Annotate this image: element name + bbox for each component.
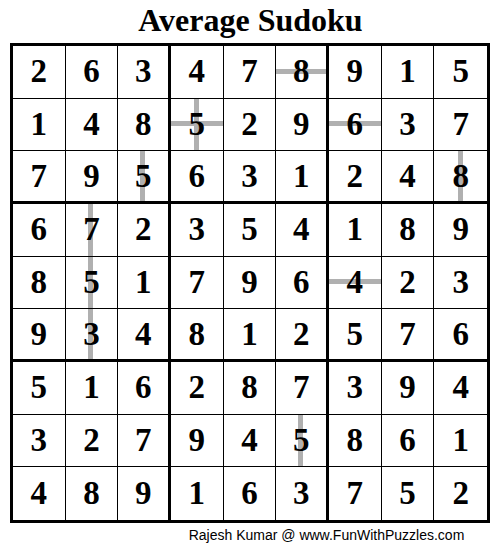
sudoku-cell-r5c4[interactable]: 7 bbox=[171, 257, 224, 310]
sudoku-cell-r7c4[interactable]: 2 bbox=[171, 362, 224, 415]
cell-digit: 8 bbox=[347, 424, 364, 457]
cell-digit: 3 bbox=[293, 477, 310, 510]
cell-digit: 8 bbox=[189, 318, 206, 351]
cell-digit: 6 bbox=[241, 477, 258, 510]
sudoku-cell-r2c1[interactable]: 1 bbox=[13, 99, 66, 152]
sudoku-cell-r4c8[interactable]: 8 bbox=[382, 204, 435, 257]
cell-digit: 4 bbox=[452, 371, 469, 404]
cell-digit: 9 bbox=[452, 213, 469, 246]
cell-digit: 4 bbox=[293, 213, 310, 246]
cell-digit: 4 bbox=[241, 424, 258, 457]
sudoku-cell-r5c8[interactable]: 2 bbox=[382, 257, 435, 310]
cell-digit: 1 bbox=[293, 160, 310, 193]
cell-digit: 4 bbox=[189, 55, 206, 88]
sudoku-cell-r1c5[interactable]: 7 bbox=[224, 46, 277, 99]
sudoku-cell-r9c1[interactable]: 4 bbox=[13, 467, 66, 520]
cell-digit: 5 bbox=[189, 108, 206, 141]
sudoku-cell-r8c1[interactable]: 3 bbox=[13, 415, 66, 468]
sudoku-cell-r7c1[interactable]: 5 bbox=[13, 362, 66, 415]
cell-digit: 1 bbox=[31, 108, 48, 141]
sudoku-cell-r9c3[interactable]: 9 bbox=[118, 467, 171, 520]
sudoku-cell-r8c7[interactable]: 8 bbox=[329, 415, 382, 468]
sudoku-cell-r8c4[interactable]: 9 bbox=[171, 415, 224, 468]
sudoku-cell-r4c7[interactable]: 1 bbox=[329, 204, 382, 257]
cell-digit: 9 bbox=[189, 424, 206, 457]
sudoku-cell-r1c4[interactable]: 4 bbox=[171, 46, 224, 99]
cell-digit: 7 bbox=[241, 55, 258, 88]
sudoku-cell-r5c2[interactable]: 5 bbox=[66, 257, 119, 310]
sudoku-cell-r3c7[interactable]: 2 bbox=[329, 151, 382, 204]
sudoku-cell-r2c5[interactable]: 2 bbox=[224, 99, 277, 152]
sudoku-cell-r5c6[interactable]: 6 bbox=[276, 257, 329, 310]
sudoku-cell-r6c8[interactable]: 7 bbox=[382, 309, 435, 362]
cell-digit: 6 bbox=[452, 318, 469, 351]
sudoku-cell-r9c2[interactable]: 8 bbox=[66, 467, 119, 520]
sudoku-cell-r3c2[interactable]: 9 bbox=[66, 151, 119, 204]
cell-digit: 9 bbox=[399, 371, 416, 404]
cell-digit: 4 bbox=[31, 477, 48, 510]
sudoku-cell-r7c8[interactable]: 9 bbox=[382, 362, 435, 415]
cell-digit: 5 bbox=[347, 318, 364, 351]
sudoku-cell-r9c9[interactable]: 2 bbox=[434, 467, 487, 520]
cell-digit: 3 bbox=[452, 266, 469, 299]
cell-digit: 3 bbox=[31, 424, 48, 457]
cell-digit: 1 bbox=[399, 55, 416, 88]
sudoku-cell-r1c6[interactable]: 8 bbox=[276, 46, 329, 99]
sudoku-cell-r7c9[interactable]: 4 bbox=[434, 362, 487, 415]
cell-digit: 9 bbox=[241, 266, 258, 299]
cell-digit: 2 bbox=[399, 266, 416, 299]
sudoku-cell-r2c6[interactable]: 9 bbox=[276, 99, 329, 152]
sudoku-cell-r3c5[interactable]: 3 bbox=[224, 151, 277, 204]
credit-caption: Rajesh Kumar @ www.FunWithPuzzles.com bbox=[76, 527, 501, 543]
cell-digit: 9 bbox=[293, 108, 310, 141]
cell-digit: 7 bbox=[135, 424, 152, 457]
sudoku-cell-r1c2[interactable]: 6 bbox=[66, 46, 119, 99]
cell-digit: 8 bbox=[135, 108, 152, 141]
cell-digit: 9 bbox=[83, 160, 100, 193]
cell-digit: 8 bbox=[293, 55, 310, 88]
cell-digit: 4 bbox=[399, 160, 416, 193]
cell-digit: 3 bbox=[189, 213, 206, 246]
cell-digit: 9 bbox=[135, 477, 152, 510]
cell-digit: 6 bbox=[189, 160, 206, 193]
sudoku-cell-r7c7[interactable]: 3 bbox=[329, 362, 382, 415]
sudoku-cell-r2c9[interactable]: 7 bbox=[434, 99, 487, 152]
sudoku-cell-r3c1[interactable]: 7 bbox=[13, 151, 66, 204]
cell-digit: 2 bbox=[241, 108, 258, 141]
sudoku-cell-r6c5[interactable]: 1 bbox=[224, 309, 277, 362]
sudoku-cell-r8c2[interactable]: 2 bbox=[66, 415, 119, 468]
sudoku-cell-r8c3[interactable]: 7 bbox=[118, 415, 171, 468]
sudoku-cell-r6c1[interactable]: 9 bbox=[13, 309, 66, 362]
sudoku-cell-r5c7[interactable]: 4 bbox=[329, 257, 382, 310]
sudoku-cell-r7c2[interactable]: 1 bbox=[66, 362, 119, 415]
cell-digit: 1 bbox=[135, 266, 152, 299]
sudoku-cell-r3c4[interactable]: 6 bbox=[171, 151, 224, 204]
cell-digit: 5 bbox=[399, 477, 416, 510]
cell-digit: 6 bbox=[135, 371, 152, 404]
cell-digit: 8 bbox=[399, 213, 416, 246]
cell-digit: 5 bbox=[83, 266, 100, 299]
sudoku-cell-r3c8[interactable]: 4 bbox=[382, 151, 435, 204]
sudoku-cell-r4c5[interactable]: 5 bbox=[224, 204, 277, 257]
sudoku-cell-r4c6[interactable]: 4 bbox=[276, 204, 329, 257]
cell-digit: 7 bbox=[293, 371, 310, 404]
cell-digit: 8 bbox=[83, 477, 100, 510]
sudoku-cell-r8c8[interactable]: 6 bbox=[382, 415, 435, 468]
cell-digit: 1 bbox=[347, 213, 364, 246]
cell-digit: 1 bbox=[189, 477, 206, 510]
cell-digit: 3 bbox=[241, 160, 258, 193]
cell-digit: 5 bbox=[293, 424, 310, 457]
cell-digit: 2 bbox=[347, 160, 364, 193]
cell-digit: 5 bbox=[31, 371, 48, 404]
cell-digit: 3 bbox=[347, 371, 364, 404]
sudoku-cell-r4c2[interactable]: 7 bbox=[66, 204, 119, 257]
cell-digit: 7 bbox=[83, 213, 100, 246]
cell-digit: 5 bbox=[452, 55, 469, 88]
cell-digit: 8 bbox=[452, 160, 469, 193]
sudoku-cell-r4c3[interactable]: 2 bbox=[118, 204, 171, 257]
cell-digit: 6 bbox=[399, 424, 416, 457]
page-title: Average Sudoku bbox=[0, 2, 501, 39]
sudoku-cell-r9c7[interactable]: 7 bbox=[329, 467, 382, 520]
cell-digit: 2 bbox=[83, 424, 100, 457]
sudoku-cell-r3c3[interactable]: 5 bbox=[118, 151, 171, 204]
sudoku-cell-r7c5[interactable]: 8 bbox=[224, 362, 277, 415]
sudoku-cell-r3c6[interactable]: 1 bbox=[276, 151, 329, 204]
sudoku-cell-r6c6[interactable]: 2 bbox=[276, 309, 329, 362]
sudoku-cell-r2c7[interactable]: 6 bbox=[329, 99, 382, 152]
cell-digit: 7 bbox=[452, 108, 469, 141]
cell-digit: 6 bbox=[83, 55, 100, 88]
cell-digit: 1 bbox=[452, 424, 469, 457]
sudoku-cell-r5c3[interactable]: 1 bbox=[118, 257, 171, 310]
sudoku-cell-r8c9[interactable]: 1 bbox=[434, 415, 487, 468]
sudoku-cell-r9c6[interactable]: 3 bbox=[276, 467, 329, 520]
cell-digit: 4 bbox=[347, 266, 364, 299]
sudoku-cell-r7c3[interactable]: 6 bbox=[118, 362, 171, 415]
sudoku-cell-r2c3[interactable]: 8 bbox=[118, 99, 171, 152]
cell-digit: 2 bbox=[31, 55, 48, 88]
cell-digit: 6 bbox=[31, 213, 48, 246]
sudoku-cell-r1c8[interactable]: 1 bbox=[382, 46, 435, 99]
sudoku-cell-r1c1[interactable]: 2 bbox=[13, 46, 66, 99]
sudoku-cell-r9c4[interactable]: 1 bbox=[171, 467, 224, 520]
cell-digit: 8 bbox=[241, 371, 258, 404]
cell-digit: 7 bbox=[399, 318, 416, 351]
cell-digit: 7 bbox=[189, 266, 206, 299]
cell-digit: 5 bbox=[135, 160, 152, 193]
sudoku-cell-r7c6[interactable]: 7 bbox=[276, 362, 329, 415]
cell-digit: 4 bbox=[135, 318, 152, 351]
sudoku-cell-r1c3[interactable]: 3 bbox=[118, 46, 171, 99]
sudoku-cell-r8c6[interactable]: 5 bbox=[276, 415, 329, 468]
cell-digit: 5 bbox=[241, 213, 258, 246]
cell-digit: 7 bbox=[31, 160, 48, 193]
sudoku-cell-r8c5[interactable]: 4 bbox=[224, 415, 277, 468]
cell-digit: 3 bbox=[83, 318, 100, 351]
cell-digit: 1 bbox=[241, 318, 258, 351]
sudoku-cell-r4c4[interactable]: 3 bbox=[171, 204, 224, 257]
sudoku-cell-r6c3[interactable]: 4 bbox=[118, 309, 171, 362]
cell-digit: 6 bbox=[293, 266, 310, 299]
sudoku-cell-r4c1[interactable]: 6 bbox=[13, 204, 66, 257]
cell-digit: 4 bbox=[83, 108, 100, 141]
sudoku-cell-r3c9[interactable]: 8 bbox=[434, 151, 487, 204]
sudoku-cell-r5c9[interactable]: 3 bbox=[434, 257, 487, 310]
sudoku-grid: 2634789151485296377956312486723541898517… bbox=[10, 43, 490, 523]
sudoku-cell-r9c5[interactable]: 6 bbox=[224, 467, 277, 520]
cell-digit: 8 bbox=[31, 266, 48, 299]
cell-digit: 1 bbox=[83, 371, 100, 404]
cell-digit: 3 bbox=[399, 108, 416, 141]
cell-digit: 9 bbox=[347, 55, 364, 88]
sudoku-cell-r1c7[interactable]: 9 bbox=[329, 46, 382, 99]
sudoku-cell-r6c9[interactable]: 6 bbox=[434, 309, 487, 362]
cell-digit: 9 bbox=[31, 318, 48, 351]
cell-digit: 7 bbox=[347, 477, 364, 510]
sudoku-cell-r5c5[interactable]: 9 bbox=[224, 257, 277, 310]
cell-digit: 2 bbox=[135, 213, 152, 246]
sudoku-cell-r6c7[interactable]: 5 bbox=[329, 309, 382, 362]
cell-digit: 6 bbox=[347, 108, 364, 141]
cell-digit: 3 bbox=[135, 55, 152, 88]
sudoku-cell-r6c2[interactable]: 3 bbox=[66, 309, 119, 362]
cell-digit: 2 bbox=[452, 477, 469, 510]
sudoku-cell-r2c4[interactable]: 5 bbox=[171, 99, 224, 152]
sudoku-cell-r9c8[interactable]: 5 bbox=[382, 467, 435, 520]
sudoku-cell-r6c4[interactable]: 8 bbox=[171, 309, 224, 362]
sudoku-cell-r5c1[interactable]: 8 bbox=[13, 257, 66, 310]
cell-digit: 2 bbox=[293, 318, 310, 351]
sudoku-cell-r2c2[interactable]: 4 bbox=[66, 99, 119, 152]
sudoku-cell-r2c8[interactable]: 3 bbox=[382, 99, 435, 152]
sudoku-cell-r4c9[interactable]: 9 bbox=[434, 204, 487, 257]
cell-digit: 2 bbox=[189, 371, 206, 404]
sudoku-cell-r1c9[interactable]: 5 bbox=[434, 46, 487, 99]
